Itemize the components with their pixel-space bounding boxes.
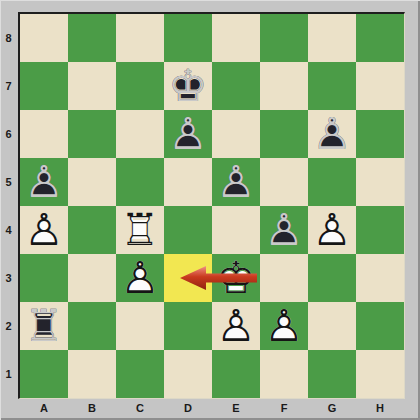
square-g1[interactable]: [308, 350, 356, 398]
square-f8[interactable]: [260, 14, 308, 62]
square-a6[interactable]: [20, 110, 68, 158]
black-king-outline: ♔: [164, 62, 212, 110]
square-g4[interactable]: ♟︎♙: [308, 206, 356, 254]
white-pawn[interactable]: ♟︎♙: [116, 254, 164, 302]
rank-labels: 87654321: [0, 14, 17, 398]
square-g8[interactable]: [308, 14, 356, 62]
square-c8[interactable]: [116, 14, 164, 62]
square-a1[interactable]: [20, 350, 68, 398]
square-e6[interactable]: [212, 110, 260, 158]
file-labels: ABCDEFGH: [20, 399, 404, 417]
square-c4[interactable]: ♜♖: [116, 206, 164, 254]
square-g7[interactable]: [308, 62, 356, 110]
square-f2[interactable]: ♟︎♙: [260, 302, 308, 350]
white-rook-outline: ♖: [116, 206, 164, 254]
file-label-h: H: [356, 399, 404, 417]
white-pawn[interactable]: ♟︎♙: [260, 302, 308, 350]
square-a5[interactable]: ♟︎♙: [20, 158, 68, 206]
square-f6[interactable]: [260, 110, 308, 158]
square-h8[interactable]: [356, 14, 404, 62]
square-d2[interactable]: [164, 302, 212, 350]
square-a2[interactable]: ♜♖: [20, 302, 68, 350]
white-rook[interactable]: ♜♖: [116, 206, 164, 254]
square-d4[interactable]: [164, 206, 212, 254]
square-c6[interactable]: [116, 110, 164, 158]
black-pawn[interactable]: ♟︎♙: [164, 110, 212, 158]
black-pawn[interactable]: ♟︎♙: [260, 206, 308, 254]
black-pawn[interactable]: ♟︎♙: [212, 158, 260, 206]
black-pawn-outline: ♙: [20, 158, 68, 206]
square-d7[interactable]: ♚♔: [164, 62, 212, 110]
square-c2[interactable]: [116, 302, 164, 350]
square-d8[interactable]: [164, 14, 212, 62]
square-e1[interactable]: [212, 350, 260, 398]
black-pawn[interactable]: ♟︎♙: [20, 158, 68, 206]
file-label-d: D: [164, 399, 212, 417]
square-e4[interactable]: [212, 206, 260, 254]
square-g2[interactable]: [308, 302, 356, 350]
square-h5[interactable]: [356, 158, 404, 206]
square-b6[interactable]: [68, 110, 116, 158]
square-c3[interactable]: ♟︎♙: [116, 254, 164, 302]
square-b4[interactable]: [68, 206, 116, 254]
square-h6[interactable]: [356, 110, 404, 158]
square-e2[interactable]: ♟︎♙: [212, 302, 260, 350]
square-f4[interactable]: ♟︎♙: [260, 206, 308, 254]
file-label-e: E: [212, 399, 260, 417]
square-f3[interactable]: [260, 254, 308, 302]
white-pawn-outline: ♙: [212, 302, 260, 350]
rank-label-2: 2: [0, 302, 17, 350]
square-h3[interactable]: [356, 254, 404, 302]
white-pawn-outline: ♙: [20, 206, 68, 254]
square-h2[interactable]: [356, 302, 404, 350]
white-pawn-outline: ♙: [308, 206, 356, 254]
black-pawn[interactable]: ♟︎♙: [308, 110, 356, 158]
chess-board: ♚♔♟︎♙♟︎♙♟︎♙♟︎♙♟︎♙♜♖♟︎♙♟︎♙♟︎♙♚♔♜♖♟︎♙♟︎♙: [18, 12, 405, 399]
file-label-f: F: [260, 399, 308, 417]
rank-label-1: 1: [0, 350, 17, 398]
rank-label-4: 4: [0, 206, 17, 254]
file-label-b: B: [68, 399, 116, 417]
white-pawn[interactable]: ♟︎♙: [20, 206, 68, 254]
black-pawn-outline: ♙: [308, 110, 356, 158]
rank-label-6: 6: [0, 110, 17, 158]
white-pawn-outline: ♙: [260, 302, 308, 350]
rank-label-7: 7: [0, 62, 17, 110]
square-b3[interactable]: [68, 254, 116, 302]
file-label-g: G: [308, 399, 356, 417]
black-pawn-outline: ♙: [260, 206, 308, 254]
square-b2[interactable]: [68, 302, 116, 350]
file-label-a: A: [20, 399, 68, 417]
square-g3[interactable]: [308, 254, 356, 302]
black-king[interactable]: ♚♔: [164, 62, 212, 110]
white-king-outline: ♔: [212, 254, 260, 302]
square-a7[interactable]: [20, 62, 68, 110]
square-g6[interactable]: ♟︎♙: [308, 110, 356, 158]
square-h4[interactable]: [356, 206, 404, 254]
black-pawn-outline: ♙: [212, 158, 260, 206]
square-h7[interactable]: [356, 62, 404, 110]
square-e5[interactable]: ♟︎♙: [212, 158, 260, 206]
square-d1[interactable]: [164, 350, 212, 398]
square-b5[interactable]: [68, 158, 116, 206]
square-b8[interactable]: [68, 14, 116, 62]
file-label-c: C: [116, 399, 164, 417]
square-f1[interactable]: [260, 350, 308, 398]
square-a4[interactable]: ♟︎♙: [20, 206, 68, 254]
rank-label-3: 3: [0, 254, 17, 302]
square-e8[interactable]: [212, 14, 260, 62]
rank-label-8: 8: [0, 14, 17, 62]
white-pawn[interactable]: ♟︎♙: [212, 302, 260, 350]
rank-label-5: 5: [0, 158, 17, 206]
square-b1[interactable]: [68, 350, 116, 398]
square-g5[interactable]: [308, 158, 356, 206]
white-king[interactable]: ♚♔: [212, 254, 260, 302]
white-pawn[interactable]: ♟︎♙: [308, 206, 356, 254]
square-b7[interactable]: [68, 62, 116, 110]
square-c7[interactable]: [116, 62, 164, 110]
square-h1[interactable]: [356, 350, 404, 398]
square-d3[interactable]: [164, 254, 212, 302]
square-e3[interactable]: ♚♔: [212, 254, 260, 302]
diagram-frame: 87654321 ABCDEFGH ♚♔♟︎♙♟︎♙♟︎♙♟︎♙♟︎♙♜♖♟︎♙…: [0, 0, 420, 420]
black-rook[interactable]: ♜♖: [20, 302, 68, 350]
square-e7[interactable]: [212, 62, 260, 110]
black-rook-outline: ♖: [20, 302, 68, 350]
black-pawn-outline: ♙: [164, 110, 212, 158]
square-c1[interactable]: [116, 350, 164, 398]
white-pawn-outline: ♙: [116, 254, 164, 302]
square-f5[interactable]: [260, 158, 308, 206]
square-a8[interactable]: [20, 14, 68, 62]
square-f7[interactable]: [260, 62, 308, 110]
square-a3[interactable]: [20, 254, 68, 302]
square-c5[interactable]: [116, 158, 164, 206]
square-d6[interactable]: ♟︎♙: [164, 110, 212, 158]
square-d5[interactable]: [164, 158, 212, 206]
